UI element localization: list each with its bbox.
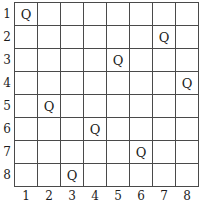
board-cell[interactable] bbox=[107, 164, 129, 186]
row-label: 1 bbox=[0, 3, 14, 25]
queen-glyph: Q bbox=[67, 169, 78, 182]
board-area: 12345678 QQQQQQQQ bbox=[0, 2, 203, 187]
row-label: 2 bbox=[0, 26, 14, 48]
queen-glyph: Q bbox=[113, 54, 124, 67]
row-label: 7 bbox=[0, 141, 14, 163]
board-cell[interactable] bbox=[84, 49, 106, 71]
board-cell[interactable] bbox=[38, 26, 60, 48]
board-cell[interactable] bbox=[15, 49, 37, 71]
board-cell[interactable] bbox=[107, 141, 129, 163]
board-cell[interactable] bbox=[15, 164, 37, 186]
board-cell[interactable] bbox=[130, 72, 152, 94]
board-cell[interactable]: Q bbox=[61, 164, 83, 186]
board-cell[interactable] bbox=[38, 3, 60, 25]
board-cell[interactable]: Q bbox=[107, 49, 129, 71]
row-label: 4 bbox=[0, 72, 14, 94]
board-cell[interactable] bbox=[61, 141, 83, 163]
board-cell[interactable] bbox=[84, 72, 106, 94]
board-cell[interactable] bbox=[61, 26, 83, 48]
board-cell[interactable] bbox=[130, 95, 152, 117]
row-label: 6 bbox=[0, 118, 14, 140]
eight-queens-board-page: 12345678 QQQQQQQQ 12345678 bbox=[0, 0, 203, 204]
board-cell[interactable] bbox=[15, 118, 37, 140]
row-label: 8 bbox=[0, 164, 14, 186]
col-label: 4 bbox=[84, 187, 106, 204]
queen-glyph: Q bbox=[90, 123, 101, 136]
board-cell[interactable] bbox=[176, 26, 198, 48]
row-labels: 12345678 bbox=[0, 2, 14, 187]
board-cell[interactable] bbox=[153, 95, 175, 117]
board-cell[interactable] bbox=[176, 141, 198, 163]
board-cell[interactable]: Q bbox=[130, 141, 152, 163]
col-label: 6 bbox=[130, 187, 152, 204]
board-cell[interactable] bbox=[153, 118, 175, 140]
corner-spacer bbox=[0, 187, 14, 204]
board-cell[interactable] bbox=[38, 49, 60, 71]
board-cell[interactable] bbox=[38, 141, 60, 163]
board-cell[interactable] bbox=[15, 72, 37, 94]
board-cell[interactable] bbox=[153, 72, 175, 94]
board-cell[interactable] bbox=[176, 164, 198, 186]
board-cell[interactable] bbox=[15, 26, 37, 48]
col-label: 5 bbox=[107, 187, 129, 204]
board-cell[interactable] bbox=[176, 118, 198, 140]
board-cell[interactable] bbox=[61, 49, 83, 71]
board-cell[interactable] bbox=[84, 3, 106, 25]
board-cell[interactable]: Q bbox=[15, 3, 37, 25]
board-cell[interactable]: Q bbox=[176, 72, 198, 94]
board-cell[interactable] bbox=[130, 49, 152, 71]
board-cell[interactable] bbox=[107, 3, 129, 25]
board-cell[interactable] bbox=[130, 26, 152, 48]
board-cell[interactable] bbox=[107, 118, 129, 140]
col-label: 8 bbox=[176, 187, 198, 204]
col-label: 3 bbox=[61, 187, 83, 204]
col-label: 7 bbox=[153, 187, 175, 204]
board-cell[interactable] bbox=[61, 95, 83, 117]
queen-glyph: Q bbox=[136, 146, 147, 159]
col-label: 2 bbox=[38, 187, 60, 204]
board-cell[interactable] bbox=[15, 141, 37, 163]
board-cell[interactable] bbox=[84, 95, 106, 117]
board-cell[interactable] bbox=[38, 118, 60, 140]
board-cell[interactable] bbox=[61, 118, 83, 140]
board-cell[interactable] bbox=[61, 72, 83, 94]
board-cell[interactable] bbox=[153, 49, 175, 71]
board-cell[interactable] bbox=[176, 3, 198, 25]
board-cell[interactable] bbox=[153, 164, 175, 186]
queen-glyph: Q bbox=[21, 8, 32, 21]
queen-glyph: Q bbox=[44, 100, 55, 113]
board-cell[interactable] bbox=[107, 95, 129, 117]
board-cell[interactable] bbox=[130, 164, 152, 186]
col-labels-row: 12345678 bbox=[0, 187, 203, 204]
board-cell[interactable] bbox=[84, 141, 106, 163]
board-cell[interactable]: Q bbox=[153, 26, 175, 48]
board-cell[interactable] bbox=[176, 95, 198, 117]
board-cell[interactable] bbox=[84, 164, 106, 186]
board-cell[interactable] bbox=[153, 3, 175, 25]
board-cell[interactable] bbox=[107, 26, 129, 48]
col-label: 1 bbox=[15, 187, 37, 204]
queen-glyph: Q bbox=[182, 77, 193, 90]
board-cell[interactable] bbox=[176, 49, 198, 71]
row-label: 5 bbox=[0, 95, 14, 117]
board-cell[interactable] bbox=[38, 72, 60, 94]
board-cell[interactable] bbox=[153, 141, 175, 163]
board-cell[interactable] bbox=[38, 164, 60, 186]
board-cell[interactable] bbox=[84, 26, 106, 48]
queen-glyph: Q bbox=[159, 31, 170, 44]
board-cell[interactable] bbox=[130, 3, 152, 25]
board-cell[interactable] bbox=[61, 3, 83, 25]
board-cell[interactable] bbox=[130, 118, 152, 140]
board-cell[interactable] bbox=[107, 72, 129, 94]
puzzle-board: QQQQQQQQ bbox=[14, 2, 199, 187]
board-cell[interactable]: Q bbox=[38, 95, 60, 117]
row-label: 3 bbox=[0, 49, 14, 71]
board-cell[interactable] bbox=[15, 95, 37, 117]
col-labels: 12345678 bbox=[14, 187, 198, 204]
board-cell[interactable]: Q bbox=[84, 118, 106, 140]
